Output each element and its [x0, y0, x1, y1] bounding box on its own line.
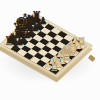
chess-set-product-photo: ♜♞♟♝♟♚♟♛♟♝♟♞♟♟♜♟♟♜♟♟♞♟♝♟♚♟♛♟♝♟♞♜ — [0, 0, 100, 100]
